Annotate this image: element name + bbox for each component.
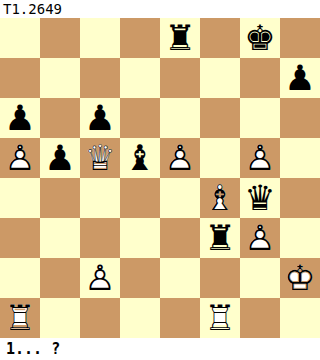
square-b2[interactable] xyxy=(40,258,80,298)
square-b4[interactable] xyxy=(40,178,80,218)
square-a8[interactable] xyxy=(0,18,40,58)
square-a1[interactable]: ♜♖ xyxy=(0,298,40,338)
square-d7[interactable] xyxy=(120,58,160,98)
square-g5[interactable]: ♟♙ xyxy=(240,138,280,178)
square-e3[interactable] xyxy=(160,218,200,258)
piece-white-pawn[interactable]: ♟♙ xyxy=(160,138,200,178)
square-f4[interactable]: ♝♗ xyxy=(200,178,240,218)
square-d5[interactable]: ♝ xyxy=(120,138,160,178)
square-d1[interactable] xyxy=(120,298,160,338)
square-f6[interactable] xyxy=(200,98,240,138)
piece-outline-layer: ♕ xyxy=(80,138,120,178)
square-e8[interactable]: ♜ xyxy=(160,18,200,58)
piece-white-pawn[interactable]: ♟♙ xyxy=(240,218,280,258)
piece-black-king[interactable]: ♚ xyxy=(240,18,280,58)
square-f7[interactable] xyxy=(200,58,240,98)
piece-black-pawn[interactable]: ♟ xyxy=(40,138,80,178)
square-e5[interactable]: ♟♙ xyxy=(160,138,200,178)
square-h8[interactable] xyxy=(280,18,320,58)
square-e1[interactable] xyxy=(160,298,200,338)
piece-white-pawn[interactable]: ♟♙ xyxy=(80,258,120,298)
square-h6[interactable] xyxy=(280,98,320,138)
square-d6[interactable] xyxy=(120,98,160,138)
square-g3[interactable]: ♟♙ xyxy=(240,218,280,258)
piece-black-pawn[interactable]: ♟ xyxy=(0,98,40,138)
square-e7[interactable] xyxy=(160,58,200,98)
piece-outline-layer: ♗ xyxy=(200,178,240,218)
square-d4[interactable] xyxy=(120,178,160,218)
piece-white-pawn[interactable]: ♟♙ xyxy=(0,138,40,178)
square-h1[interactable] xyxy=(280,298,320,338)
square-g8[interactable]: ♚ xyxy=(240,18,280,58)
square-b6[interactable] xyxy=(40,98,80,138)
square-d8[interactable] xyxy=(120,18,160,58)
square-d3[interactable] xyxy=(120,218,160,258)
square-h4[interactable] xyxy=(280,178,320,218)
square-a7[interactable] xyxy=(0,58,40,98)
square-g6[interactable] xyxy=(240,98,280,138)
square-g1[interactable] xyxy=(240,298,280,338)
square-h3[interactable] xyxy=(280,218,320,258)
square-c1[interactable] xyxy=(80,298,120,338)
piece-outline-layer: ♔ xyxy=(280,258,320,298)
square-c7[interactable] xyxy=(80,58,120,98)
square-a4[interactable] xyxy=(0,178,40,218)
piece-outline-layer: ♙ xyxy=(0,138,40,178)
square-g4[interactable]: ♛ xyxy=(240,178,280,218)
square-f5[interactable] xyxy=(200,138,240,178)
piece-white-king[interactable]: ♚♔ xyxy=(280,258,320,298)
square-f2[interactable] xyxy=(200,258,240,298)
square-b3[interactable] xyxy=(40,218,80,258)
piece-outline-layer: ♖ xyxy=(0,298,40,338)
square-a5[interactable]: ♟♙ xyxy=(0,138,40,178)
piece-outline-layer: ♙ xyxy=(160,138,200,178)
square-f1[interactable]: ♜♖ xyxy=(200,298,240,338)
piece-black-rook[interactable]: ♜ xyxy=(200,218,240,258)
square-a3[interactable] xyxy=(0,218,40,258)
square-e4[interactable] xyxy=(160,178,200,218)
square-c5[interactable]: ♛♕ xyxy=(80,138,120,178)
square-h7[interactable]: ♟ xyxy=(280,58,320,98)
square-h2[interactable]: ♚♔ xyxy=(280,258,320,298)
square-b7[interactable] xyxy=(40,58,80,98)
piece-outline-layer: ♙ xyxy=(240,218,280,258)
square-c4[interactable] xyxy=(80,178,120,218)
square-g2[interactable] xyxy=(240,258,280,298)
square-c8[interactable] xyxy=(80,18,120,58)
puzzle-title: T1.2649 xyxy=(0,0,320,18)
piece-black-rook[interactable]: ♜ xyxy=(160,18,200,58)
move-prompt: 1... ? xyxy=(0,338,320,360)
square-c6[interactable]: ♟ xyxy=(80,98,120,138)
square-b8[interactable] xyxy=(40,18,80,58)
square-h5[interactable] xyxy=(280,138,320,178)
piece-black-pawn[interactable]: ♟ xyxy=(280,58,320,98)
square-b5[interactable]: ♟ xyxy=(40,138,80,178)
piece-outline-layer: ♙ xyxy=(80,258,120,298)
piece-outline-layer: ♖ xyxy=(200,298,240,338)
square-e2[interactable] xyxy=(160,258,200,298)
square-f3[interactable]: ♜ xyxy=(200,218,240,258)
piece-white-rook[interactable]: ♜♖ xyxy=(0,298,40,338)
piece-white-queen[interactable]: ♛♕ xyxy=(80,138,120,178)
square-e6[interactable] xyxy=(160,98,200,138)
chess-board: ♜♚♟♟♟♟♙♟♛♕♝♟♙♟♙♝♗♛♜♟♙♟♙♚♔♜♖♜♖ xyxy=(0,18,320,338)
square-a2[interactable] xyxy=(0,258,40,298)
square-c2[interactable]: ♟♙ xyxy=(80,258,120,298)
square-f8[interactable] xyxy=(200,18,240,58)
piece-black-queen[interactable]: ♛ xyxy=(240,178,280,218)
square-d2[interactable] xyxy=(120,258,160,298)
square-c3[interactable] xyxy=(80,218,120,258)
puzzle-screen: T1.2649 ♜♚♟♟♟♟♙♟♛♕♝♟♙♟♙♝♗♛♜♟♙♟♙♚♔♜♖♜♖ 1.… xyxy=(0,0,320,360)
piece-black-pawn[interactable]: ♟ xyxy=(80,98,120,138)
piece-outline-layer: ♙ xyxy=(240,138,280,178)
piece-white-pawn[interactable]: ♟♙ xyxy=(240,138,280,178)
piece-black-bishop[interactable]: ♝ xyxy=(120,138,160,178)
piece-white-bishop[interactable]: ♝♗ xyxy=(200,178,240,218)
square-a6[interactable]: ♟ xyxy=(0,98,40,138)
piece-white-rook[interactable]: ♜♖ xyxy=(200,298,240,338)
square-b1[interactable] xyxy=(40,298,80,338)
square-g7[interactable] xyxy=(240,58,280,98)
